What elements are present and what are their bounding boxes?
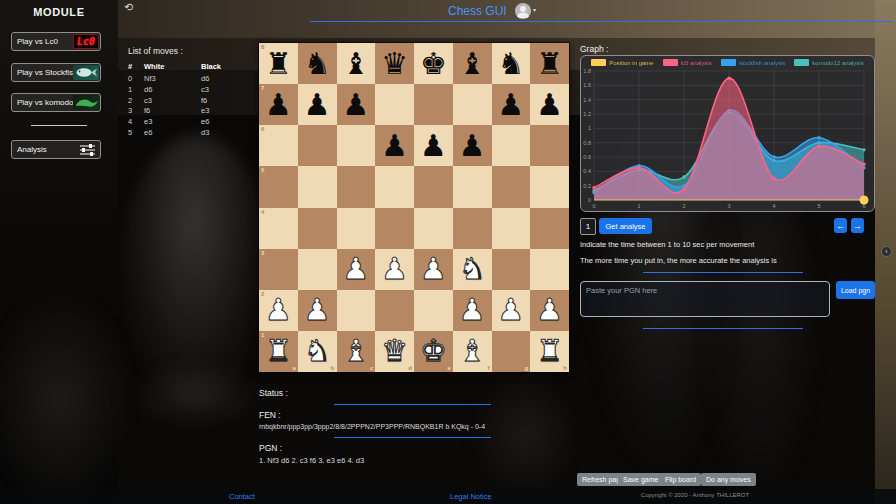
file-label: c: [370, 365, 373, 371]
svg-text:1: 1: [637, 203, 640, 209]
svg-text:0.4: 0.4: [583, 168, 591, 174]
square-c6[interactable]: [337, 125, 376, 166]
svg-text:0: 0: [592, 203, 595, 209]
square-d2[interactable]: [375, 290, 414, 331]
white-pawn-piece: ♟: [420, 254, 447, 284]
square-b5[interactable]: [298, 166, 337, 207]
move-cell: e3: [144, 117, 201, 128]
move-cell: 2: [128, 96, 144, 107]
sidebar-divider: [31, 125, 87, 126]
move-row: 1d6c3: [128, 85, 258, 96]
move-cell: f6: [201, 96, 258, 107]
square-f8[interactable]: ♝: [453, 43, 492, 84]
square-b2[interactable]: ♟: [298, 290, 337, 331]
square-e1[interactable]: ♚e: [414, 331, 453, 372]
play-vs-komodo-button[interactable]: Play vs komodo: [11, 93, 101, 112]
prev-move-button[interactable]: ←: [834, 218, 847, 233]
white-knight-piece: ♞: [459, 254, 486, 284]
rank-label: 2: [261, 291, 264, 297]
header-divider: [310, 21, 893, 22]
square-d3[interactable]: ♟: [375, 249, 414, 290]
play-vs-komodo-label: Play vs komodo: [17, 98, 73, 107]
square-h8[interactable]: ♜: [530, 43, 569, 84]
square-b8[interactable]: ♞: [298, 43, 337, 84]
svg-text:0: 0: [588, 197, 591, 203]
move-cell: e6: [144, 128, 201, 139]
move-row: 3f6e3: [128, 106, 258, 117]
square-h2[interactable]: ♟: [530, 290, 569, 331]
person-icon: [515, 3, 531, 19]
move-cell: c3: [144, 96, 201, 107]
black-knight-piece: ♞: [304, 49, 331, 79]
square-d8[interactable]: ♛: [375, 43, 414, 84]
contact-link[interactable]: Contact: [229, 492, 255, 501]
white-bishop-piece: ♝: [342, 336, 369, 366]
do-any-moves-button[interactable]: Do any moves: [701, 473, 756, 486]
chess-board: ♜8♞♝♛♚♝♞♜♟7♟♟♟♟6♟♟♟543♟♟♟♞♟2♟♟♟♟♜1a♞b♝c♛…: [259, 43, 569, 372]
white-queen-piece: ♛: [381, 336, 408, 366]
square-b3[interactable]: [298, 249, 337, 290]
white-pawn-piece: ♟: [497, 295, 524, 325]
back-refresh-icon[interactable]: ⟲: [124, 1, 133, 14]
black-bishop-piece: ♝: [342, 49, 369, 79]
black-pawn-piece: ♟: [381, 131, 408, 161]
analysis-time-input[interactable]: [580, 218, 596, 235]
flip-board-button[interactable]: Flip board: [660, 473, 701, 486]
divider: [334, 404, 491, 405]
square-e7[interactable]: [414, 84, 453, 125]
square-g2[interactable]: ♟: [492, 290, 531, 331]
divider: [643, 272, 803, 273]
white-pawn-piece: ♟: [381, 254, 408, 284]
square-d7[interactable]: [375, 84, 414, 125]
square-d6[interactable]: ♟: [375, 125, 414, 166]
user-avatar[interactable]: [515, 3, 531, 19]
square-e8[interactable]: ♚: [414, 43, 453, 84]
svg-text:0.6: 0.6: [583, 154, 591, 160]
move-cell: e3: [201, 106, 258, 117]
square-b6[interactable]: [298, 125, 337, 166]
sidebar-title: MODULE: [0, 6, 118, 18]
white-rook-piece: ♜: [265, 336, 292, 366]
black-rook-piece: ♜: [265, 49, 292, 79]
svg-text:0.8: 0.8: [583, 140, 591, 146]
move-cell: 1: [128, 85, 144, 96]
file-label: b: [331, 365, 335, 371]
file-label: a: [292, 365, 295, 371]
white-pawn-piece: ♟: [304, 295, 331, 325]
square-a2[interactable]: ♟2: [259, 290, 298, 331]
rank-label: 1: [261, 332, 264, 338]
footer-strip: [0, 489, 896, 504]
collapse-panel-button[interactable]: ‹: [881, 246, 892, 257]
square-e3[interactable]: ♟: [414, 249, 453, 290]
square-a7[interactable]: ♟7: [259, 84, 298, 125]
square-b7[interactable]: ♟: [298, 84, 337, 125]
get-analyse-button[interactable]: Get analyse: [599, 218, 652, 234]
load-pgn-button[interactable]: Load pgn: [836, 281, 875, 299]
square-f5[interactable]: [453, 166, 492, 207]
white-knight-piece: ♞: [304, 336, 331, 366]
black-pawn-piece: ♟: [497, 90, 524, 120]
move-list-header: # White Black: [128, 62, 258, 73]
move-cell: Nf3: [144, 74, 201, 85]
background-photo: [118, 0, 896, 38]
square-g7[interactable]: ♟: [492, 84, 531, 125]
move-cell: 0: [128, 74, 144, 85]
square-h3[interactable]: [530, 249, 569, 290]
file-label: g: [525, 365, 529, 371]
play-vs-stockfish-label: Play vs Stockfish: [17, 68, 77, 77]
move-col-black: Black: [201, 62, 258, 73]
black-pawn-piece: ♟: [420, 131, 447, 161]
sidebar: MODULE Play vs Lc0 Lc0 Play vs Stockfish…: [0, 0, 118, 504]
square-a5[interactable]: 5: [259, 166, 298, 207]
komodo-dragon-icon: [73, 95, 99, 110]
analysis-hint-2: The more time you put in, the more accur…: [580, 256, 777, 265]
svg-text:2: 2: [682, 203, 685, 209]
square-e4[interactable]: [414, 208, 453, 249]
move-col-number: #: [128, 62, 144, 73]
square-g1[interactable]: g: [492, 331, 531, 372]
white-king-piece: ♚: [420, 336, 447, 366]
square-c7[interactable]: ♟: [337, 84, 376, 125]
pgn-value: 1. Nf3 d6 2. c3 f6 3. e3 e6 4. d3: [259, 456, 364, 465]
black-pawn-piece: ♟: [265, 90, 292, 120]
rank-label: 4: [261, 209, 264, 215]
move-row: 5e6d3: [128, 128, 258, 139]
svg-text:1.2: 1.2: [583, 111, 591, 117]
black-rook-piece: ♜: [536, 49, 563, 79]
square-g4[interactable]: [492, 208, 531, 249]
square-b4[interactable]: [298, 208, 337, 249]
square-f1[interactable]: ♝f: [453, 331, 492, 372]
white-pawn-piece: ♟: [342, 254, 369, 284]
square-a8[interactable]: ♜8: [259, 43, 298, 84]
square-g5[interactable]: [492, 166, 531, 207]
move-row: 2c3f6: [128, 96, 258, 107]
pgn-label: PGN :: [259, 443, 282, 453]
square-c8[interactable]: ♝: [337, 43, 376, 84]
svg-text:4: 4: [772, 203, 775, 209]
background-pawn-piece: [470, 370, 580, 500]
square-g3[interactable]: [492, 249, 531, 290]
analysis-chart: 00.20.40.60.811.21.41.61.80123456: [581, 56, 876, 213]
file-label: f: [488, 365, 490, 371]
move-row: 4e3e6: [128, 117, 258, 128]
pgn-paste-textarea[interactable]: [580, 281, 830, 317]
black-queen-piece: ♛: [381, 49, 408, 79]
app-title: Chess GUI: [448, 4, 507, 18]
white-rook-piece: ♜: [536, 336, 563, 366]
legal-notice-link[interactable]: Legal Notice: [450, 492, 492, 501]
move-list-body: 0Nf3d61d6c32c3f63f6e34e3e65e6d3: [128, 74, 258, 139]
white-bishop-piece: ♝: [459, 336, 486, 366]
move-cell: c3: [201, 85, 258, 96]
svg-text:1: 1: [588, 125, 591, 131]
file-label: e: [447, 365, 450, 371]
rank-label: 3: [261, 250, 264, 256]
square-c3[interactable]: ♟: [337, 249, 376, 290]
move-list-title: List of moves :: [128, 46, 183, 56]
rank-label: 5: [261, 167, 264, 173]
square-c2[interactable]: [337, 290, 376, 331]
background-knight-piece: [128, 360, 263, 430]
svg-text:1.8: 1.8: [583, 68, 591, 74]
move-cell: 4: [128, 117, 144, 128]
white-pawn-piece: ♟: [265, 295, 292, 325]
square-h7[interactable]: ♟: [530, 84, 569, 125]
square-d5[interactable]: [375, 166, 414, 207]
square-a6[interactable]: 6: [259, 125, 298, 166]
svg-text:0.2: 0.2: [583, 183, 591, 189]
stockfish-fish-icon: [73, 65, 99, 80]
move-cell: d3: [201, 128, 258, 139]
black-bishop-piece: ♝: [459, 49, 486, 79]
play-vs-stockfish-button[interactable]: Play vs Stockfish: [11, 63, 101, 82]
fen-value: rnbqkbnr/ppp3pp/3ppp2/8/8/2PPPN2/PP3PPP/…: [259, 423, 485, 430]
square-b1[interactable]: ♞b: [298, 331, 337, 372]
square-c4[interactable]: [337, 208, 376, 249]
square-e2[interactable]: [414, 290, 453, 331]
status-label: Status :: [259, 388, 288, 398]
square-d1[interactable]: ♛d: [375, 331, 414, 372]
chevron-down-icon[interactable]: ▾: [533, 6, 536, 13]
analysis-label: Analysis: [17, 145, 47, 154]
move-col-white: White: [144, 62, 201, 73]
rank-label: 8: [261, 44, 264, 50]
square-g6[interactable]: [492, 125, 531, 166]
rank-label: 7: [261, 85, 264, 91]
black-pawn-piece: ♟: [536, 90, 563, 120]
play-vs-lc0-button[interactable]: Play vs Lc0 Lc0: [11, 32, 101, 51]
move-cell: d6: [201, 74, 258, 85]
file-label: h: [563, 365, 567, 371]
move-cell: 3: [128, 106, 144, 117]
move-cell: 5: [128, 128, 144, 139]
square-a3[interactable]: 3: [259, 249, 298, 290]
chess-gui-screen: MODULE Play vs Lc0 Lc0 Play vs Stockfish…: [0, 0, 896, 504]
file-label: d: [408, 365, 412, 371]
square-g8[interactable]: ♞: [492, 43, 531, 84]
square-h5[interactable]: [530, 166, 569, 207]
square-c5[interactable]: [337, 166, 376, 207]
square-e5[interactable]: [414, 166, 453, 207]
square-f3[interactable]: ♞: [453, 249, 492, 290]
sliders-icon: [79, 143, 96, 157]
square-d4[interactable]: [375, 208, 414, 249]
svg-text:1.6: 1.6: [583, 82, 591, 88]
black-pawn-piece: ♟: [459, 131, 486, 161]
move-cell: d6: [144, 85, 201, 96]
next-move-button[interactable]: →: [851, 218, 864, 233]
square-c1[interactable]: ♝c: [337, 331, 376, 372]
square-h6[interactable]: [530, 125, 569, 166]
svg-text:5: 5: [817, 203, 820, 209]
fen-label: FEN :: [259, 410, 281, 420]
svg-text:1.4: 1.4: [583, 97, 591, 103]
white-pawn-piece: ♟: [536, 295, 563, 325]
divider: [643, 328, 803, 329]
black-pawn-piece: ♟: [342, 90, 369, 120]
square-f6[interactable]: ♟: [453, 125, 492, 166]
square-f7[interactable]: [453, 84, 492, 125]
rank-label: 6: [261, 126, 264, 132]
move-cell: f6: [144, 106, 201, 117]
square-a1[interactable]: ♜1a: [259, 331, 298, 372]
background-pawn-piece: [700, 180, 820, 500]
black-pawn-piece: ♟: [304, 90, 331, 120]
background-knight-piece: [0, 290, 133, 504]
copyright-text: Copyright © 2020 - Anthony THILLEROT: [635, 492, 755, 498]
save-game-button[interactable]: Save game: [618, 473, 663, 486]
analysis-chart-panel: Position in gamelc0 analysisstockfish an…: [580, 55, 875, 212]
square-h1[interactable]: ♜h: [530, 331, 569, 372]
square-a4[interactable]: 4: [259, 208, 298, 249]
graph-title: Graph :: [580, 44, 608, 54]
svg-text:3: 3: [727, 203, 730, 209]
square-f2[interactable]: ♟: [453, 290, 492, 331]
square-e6[interactable]: ♟: [414, 125, 453, 166]
square-h4[interactable]: [530, 208, 569, 249]
white-pawn-piece: ♟: [459, 295, 486, 325]
move-row: 0Nf3d6: [128, 74, 258, 85]
black-knight-piece: ♞: [497, 49, 524, 79]
analysis-button[interactable]: Analysis: [11, 140, 101, 159]
square-f4[interactable]: [453, 208, 492, 249]
analysis-hint-1: Indicate the time between 1 to 10 sec pe…: [580, 240, 754, 249]
black-king-piece: ♚: [420, 49, 447, 79]
divider: [334, 437, 491, 438]
play-vs-lc0-label: Play vs Lc0: [17, 37, 58, 46]
lc0-led-icon: Lc0: [73, 34, 99, 49]
move-cell: e6: [201, 117, 258, 128]
